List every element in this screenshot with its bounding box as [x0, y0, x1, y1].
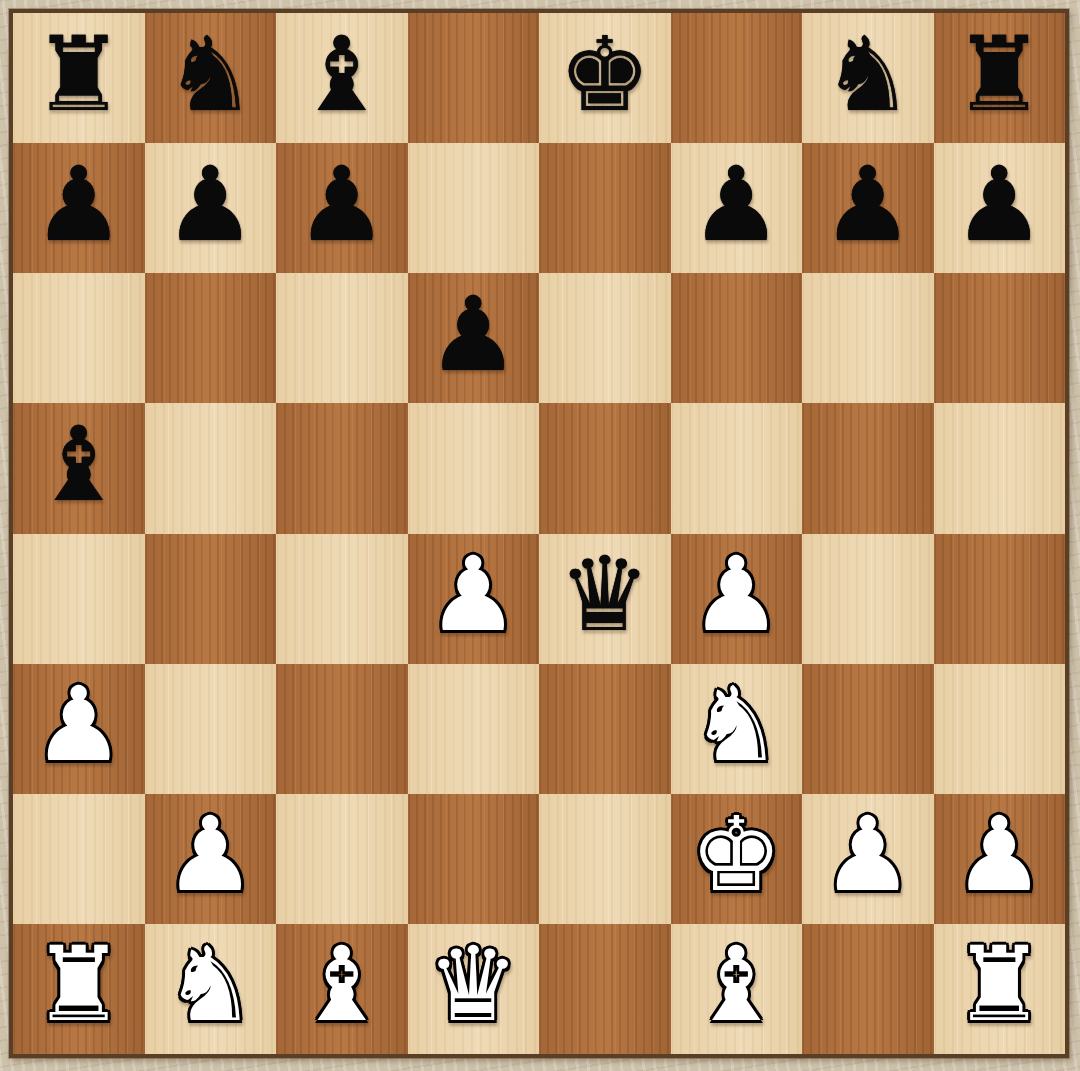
square-g8[interactable]: ♞: [802, 13, 934, 143]
square-f6[interactable]: [671, 273, 803, 403]
piece-black-pawn[interactable]: ♟: [296, 153, 388, 256]
piece-black-knight[interactable]: ♞: [822, 23, 914, 126]
square-g1[interactable]: [802, 924, 934, 1054]
square-f2[interactable]: ♚: [671, 794, 803, 924]
square-d8[interactable]: [408, 13, 540, 143]
square-c7[interactable]: ♟: [276, 143, 408, 273]
square-h3[interactable]: [934, 664, 1066, 794]
square-h8[interactable]: ♜: [934, 13, 1066, 143]
square-g4[interactable]: [802, 534, 934, 664]
square-b6[interactable]: [145, 273, 277, 403]
square-d2[interactable]: [408, 794, 540, 924]
square-f4[interactable]: ♟: [671, 534, 803, 664]
piece-black-queen[interactable]: ♛: [559, 543, 651, 646]
piece-black-pawn[interactable]: ♟: [690, 153, 782, 256]
square-b8[interactable]: ♞: [145, 13, 277, 143]
square-h1[interactable]: ♜: [934, 924, 1066, 1054]
square-h2[interactable]: ♟: [934, 794, 1066, 924]
piece-white-pawn[interactable]: ♟: [33, 673, 125, 776]
piece-black-pawn[interactable]: ♟: [33, 153, 125, 256]
piece-white-king[interactable]: ♚: [690, 803, 782, 906]
piece-black-bishop[interactable]: ♝: [296, 23, 388, 126]
square-b1[interactable]: ♞: [145, 924, 277, 1054]
square-c6[interactable]: [276, 273, 408, 403]
piece-black-pawn[interactable]: ♟: [164, 153, 256, 256]
piece-white-rook[interactable]: ♜: [33, 933, 125, 1036]
square-c8[interactable]: ♝: [276, 13, 408, 143]
square-e4[interactable]: ♛: [539, 534, 671, 664]
square-h4[interactable]: [934, 534, 1066, 664]
piece-white-knight[interactable]: ♞: [164, 933, 256, 1036]
square-e8[interactable]: ♚: [539, 13, 671, 143]
piece-white-pawn[interactable]: ♟: [822, 803, 914, 906]
square-g2[interactable]: ♟: [802, 794, 934, 924]
square-h5[interactable]: [934, 403, 1066, 533]
square-c5[interactable]: [276, 403, 408, 533]
square-h7[interactable]: ♟: [934, 143, 1066, 273]
piece-white-rook[interactable]: ♜: [953, 933, 1045, 1036]
square-d7[interactable]: [408, 143, 540, 273]
square-f1[interactable]: ♝: [671, 924, 803, 1054]
square-c3[interactable]: [276, 664, 408, 794]
square-g5[interactable]: [802, 403, 934, 533]
chess-board: ♜♞♝♚♞♜♟♟♟♟♟♟♟♝♟♛♟♟♞♟♚♟♟♜♞♝♛♝♜: [13, 13, 1065, 1054]
square-a8[interactable]: ♜: [13, 13, 145, 143]
piece-black-rook[interactable]: ♜: [953, 23, 1045, 126]
square-f5[interactable]: [671, 403, 803, 533]
square-g7[interactable]: ♟: [802, 143, 934, 273]
square-a7[interactable]: ♟: [13, 143, 145, 273]
square-a5[interactable]: ♝: [13, 403, 145, 533]
square-b4[interactable]: [145, 534, 277, 664]
piece-white-knight[interactable]: ♞: [690, 673, 782, 776]
square-a6[interactable]: [13, 273, 145, 403]
square-c1[interactable]: ♝: [276, 924, 408, 1054]
square-d4[interactable]: ♟: [408, 534, 540, 664]
square-a4[interactable]: [13, 534, 145, 664]
square-b2[interactable]: ♟: [145, 794, 277, 924]
piece-black-pawn[interactable]: ♟: [427, 283, 519, 386]
square-f7[interactable]: ♟: [671, 143, 803, 273]
piece-black-king[interactable]: ♚: [559, 23, 651, 126]
piece-white-pawn[interactable]: ♟: [427, 543, 519, 646]
square-g3[interactable]: [802, 664, 934, 794]
piece-black-rook[interactable]: ♜: [33, 23, 125, 126]
square-d3[interactable]: [408, 664, 540, 794]
piece-white-bishop[interactable]: ♝: [690, 933, 782, 1036]
square-d1[interactable]: ♛: [408, 924, 540, 1054]
square-f3[interactable]: ♞: [671, 664, 803, 794]
square-d6[interactable]: ♟: [408, 273, 540, 403]
piece-white-queen[interactable]: ♛: [427, 933, 519, 1036]
square-e6[interactable]: [539, 273, 671, 403]
square-d5[interactable]: [408, 403, 540, 533]
square-c2[interactable]: [276, 794, 408, 924]
piece-white-bishop[interactable]: ♝: [296, 933, 388, 1036]
square-c4[interactable]: [276, 534, 408, 664]
square-b3[interactable]: [145, 664, 277, 794]
square-e5[interactable]: [539, 403, 671, 533]
square-f8[interactable]: [671, 13, 803, 143]
square-a2[interactable]: [13, 794, 145, 924]
square-e7[interactable]: [539, 143, 671, 273]
piece-black-pawn[interactable]: ♟: [822, 153, 914, 256]
square-g6[interactable]: [802, 273, 934, 403]
square-e3[interactable]: [539, 664, 671, 794]
piece-black-pawn[interactable]: ♟: [953, 153, 1045, 256]
piece-white-pawn[interactable]: ♟: [164, 803, 256, 906]
square-b5[interactable]: [145, 403, 277, 533]
square-h6[interactable]: [934, 273, 1066, 403]
square-e2[interactable]: [539, 794, 671, 924]
piece-white-pawn[interactable]: ♟: [690, 543, 782, 646]
piece-black-bishop[interactable]: ♝: [33, 413, 125, 516]
square-a3[interactable]: ♟: [13, 664, 145, 794]
piece-black-knight[interactable]: ♞: [164, 23, 256, 126]
square-b7[interactable]: ♟: [145, 143, 277, 273]
page-background: ♜♞♝♚♞♜♟♟♟♟♟♟♟♝♟♛♟♟♞♟♚♟♟♜♞♝♛♝♜: [0, 0, 1080, 1071]
board-frame: ♜♞♝♚♞♜♟♟♟♟♟♟♟♝♟♛♟♟♞♟♚♟♟♜♞♝♛♝♜: [9, 9, 1069, 1058]
square-e1[interactable]: [539, 924, 671, 1054]
square-a1[interactable]: ♜: [13, 924, 145, 1054]
piece-white-pawn[interactable]: ♟: [953, 803, 1045, 906]
